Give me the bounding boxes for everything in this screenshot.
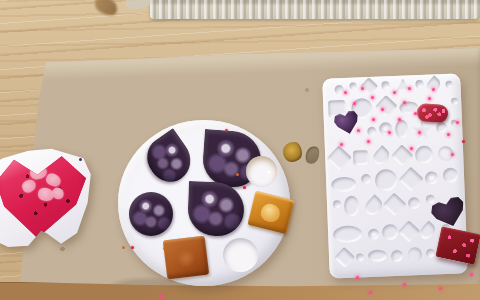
mold-cavity-diamond [398, 167, 423, 192]
glitter-speck [418, 131, 421, 134]
flower-petal [50, 185, 66, 201]
mold-cavity-oval [333, 225, 363, 243]
flower-petal [20, 177, 38, 195]
amber-square-resin [247, 191, 294, 235]
flower-petal [44, 171, 63, 188]
glitter-speck [403, 101, 406, 104]
purple-oval-cabochon [129, 192, 173, 236]
glitter-speck [432, 88, 435, 91]
glitter-speck [447, 133, 450, 136]
mold-cavity-circle [349, 82, 356, 89]
glitter-speck [340, 143, 343, 146]
mold-cavity-circle [426, 194, 435, 203]
mold-cavity-diamond [375, 95, 398, 118]
mold-cavity-diamond [383, 193, 407, 217]
mold-cavity-circle [367, 127, 376, 136]
glitter-speck [428, 97, 431, 100]
glitter-speck [381, 108, 384, 111]
mold-cavity-circle [334, 85, 343, 94]
mold-cavity-oval [395, 119, 409, 138]
glitter-speck [456, 121, 459, 124]
glitter-speck [225, 129, 228, 132]
mold-cavity-square [353, 150, 369, 166]
mold-cavity-diamond [327, 145, 352, 170]
glitter-speck [243, 186, 246, 189]
mold-cavity-circle [381, 81, 389, 89]
glitter-speck [131, 246, 134, 249]
heart-mold-shadow-wrap [0, 140, 94, 248]
mold-cavity-circle [426, 249, 435, 258]
glitter-speck [344, 91, 347, 94]
mold-cavity-circle [382, 224, 399, 241]
pink-heart-resin [0, 150, 86, 238]
rust-square-resin [163, 236, 209, 280]
mold-cavity-circle [445, 81, 452, 88]
mold-cavity-circle [333, 200, 341, 208]
mold-cavity-circle [443, 168, 459, 184]
mold-cavity-diamond [334, 247, 355, 268]
empty-round-cavity-bottom [223, 238, 258, 272]
glitter-speck [79, 158, 82, 161]
mold-cavity-tear [417, 221, 438, 242]
amber-resin-spill [283, 142, 302, 162]
mold-cavity-circle [436, 122, 447, 133]
mold-cavity-donut [368, 229, 379, 240]
mold-cavity-tear [370, 145, 393, 168]
glitter-speck [388, 131, 391, 134]
glitter-speck [372, 118, 375, 121]
mold-cavity-tear [362, 194, 386, 218]
glitter-speck [462, 140, 465, 143]
mold-cavity-circle [415, 80, 423, 88]
mold-cavity-circle [361, 174, 371, 184]
mold-cavity-circle [408, 197, 420, 209]
glitter-speck [371, 96, 374, 99]
mold-cavity-oval [368, 249, 387, 262]
glitter-speck [451, 153, 454, 156]
heart-silicone-mold [0, 140, 94, 248]
glitter-speck [353, 102, 356, 105]
mold-cavity-circle [451, 98, 458, 105]
mold-cavity-tear [424, 75, 443, 94]
glitter-speck [356, 276, 359, 279]
glitter-speck [408, 87, 411, 90]
mold-cavity-oval [331, 176, 357, 192]
glitter-speck [410, 147, 413, 150]
glitter-speck [439, 287, 442, 290]
mold-cavity-square [328, 100, 346, 118]
corrugated-cardboard-edge [150, 0, 480, 19]
glitter-speck [163, 247, 166, 250]
mold-cavity-diamond [398, 220, 421, 243]
mold-cavity-circle [356, 253, 364, 261]
glitter-speck [398, 118, 401, 121]
glitter-speck [160, 295, 163, 298]
glitter-speck [367, 140, 370, 143]
purple-teardrop-large-mid [187, 181, 245, 237]
red-glitter-bar [416, 103, 448, 123]
round-silicone-mold [118, 120, 290, 286]
mold-cavity-star [412, 121, 433, 142]
glitter-speck [361, 87, 364, 90]
glitter-speck [393, 91, 396, 94]
mold-cavity-circle [415, 146, 434, 165]
glitter-speck [369, 291, 372, 294]
mold-cavity-moon [408, 247, 423, 262]
glitter-speck [403, 283, 406, 286]
mold-cavity-oval [344, 195, 360, 217]
mold-cavity-circle [391, 250, 403, 262]
glitter-speck [414, 112, 417, 115]
empty-round-cavity-top [246, 156, 277, 187]
glitter-speck [122, 246, 125, 249]
glitter-speck [236, 173, 239, 176]
glitter-speck [357, 129, 360, 132]
glitter-speck [470, 273, 473, 276]
mold-cavity-circle [375, 169, 398, 192]
mold-cavity-donut [425, 171, 438, 184]
photo-scene [0, 0, 480, 300]
